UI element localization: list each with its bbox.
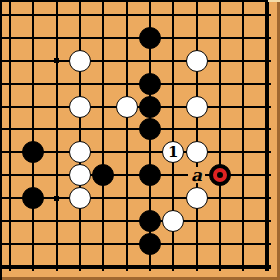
white-stone [186, 141, 208, 163]
grid-line [2, 83, 271, 85]
black-stone [139, 27, 161, 49]
black-stone [92, 164, 114, 186]
move-number-label: 1 [168, 144, 178, 159]
frame-top-edge [0, 0, 268, 2]
white-stone [69, 96, 91, 118]
grid-line [2, 14, 271, 16]
black-stone [139, 210, 161, 232]
white-stone [186, 96, 208, 118]
black-stone [139, 164, 161, 186]
grid-line [265, 2, 269, 271]
grid-line [2, 265, 271, 269]
grid-line [9, 2, 11, 271]
grid-line [56, 2, 58, 271]
black-stone [139, 233, 161, 255]
grid-line [102, 2, 104, 271]
white-stone [69, 164, 91, 186]
black-stone-circle-marked [209, 164, 231, 186]
white-stone [69, 50, 91, 72]
black-stone [22, 187, 44, 209]
grid-line [2, 243, 271, 245]
red-circle-mark [213, 168, 227, 182]
grid-line [2, 37, 271, 39]
white-stone [69, 187, 91, 209]
white-stone [69, 141, 91, 163]
black-stone [139, 73, 161, 95]
grid-line [196, 2, 198, 271]
black-stone [22, 141, 44, 163]
grid-line [32, 2, 34, 271]
frame-top-right-highlight [268, 0, 280, 2]
white-stone [116, 96, 138, 118]
go-board: 1a [0, 0, 280, 280]
grid-line [2, 220, 271, 222]
frame-left-edge [0, 0, 2, 280]
white-stone [186, 187, 208, 209]
grid-line [2, 128, 271, 130]
grid-line [2, 60, 271, 62]
frame-right-edge [277, 0, 280, 280]
black-stone [139, 118, 161, 140]
white-stone [162, 210, 184, 232]
grid-line [126, 2, 128, 271]
grid-line [79, 2, 81, 271]
point-label-a: a [188, 167, 205, 183]
star-point-marker [54, 58, 59, 63]
white-stone [186, 50, 208, 72]
star-point-marker [54, 196, 59, 201]
white-stone-move-1: 1 [162, 141, 184, 163]
black-stone [139, 96, 161, 118]
grid-line [219, 2, 221, 271]
grid-line [242, 2, 244, 271]
